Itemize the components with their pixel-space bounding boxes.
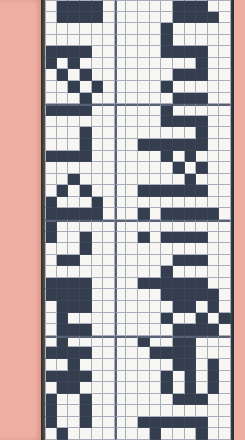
- stitch-cell: [150, 255, 162, 267]
- stitch-cell: [126, 185, 138, 197]
- stitch-cell: [103, 243, 115, 255]
- stitch-cell: [150, 197, 162, 209]
- stitch-cell: [68, 185, 80, 197]
- stitch-cell: [45, 104, 57, 116]
- stitch-cell: [185, 81, 197, 93]
- stitch-cell: [103, 428, 115, 440]
- stitch-cell: [45, 69, 57, 81]
- stitch-cell: [57, 139, 69, 151]
- stitch-cell: [185, 151, 197, 163]
- stitch-cell: [161, 93, 173, 105]
- stitch-cell: [173, 185, 185, 197]
- stitch-cell: [173, 12, 185, 24]
- stitch-cell: [173, 127, 185, 139]
- stitch-cell: [103, 382, 115, 394]
- stitch-cell: [57, 151, 69, 163]
- stitch-cell: [185, 289, 197, 301]
- stitch-cell: [208, 359, 220, 371]
- stitch-cell: [161, 139, 173, 151]
- stitch-cell: [45, 313, 57, 325]
- stitch-cell: [196, 116, 208, 128]
- stitch-cell: [138, 382, 150, 394]
- stitch-cell: [173, 359, 185, 371]
- stitch-cell: [173, 347, 185, 359]
- stitch-cell: [138, 46, 150, 58]
- stitch-cell: [161, 69, 173, 81]
- stitch-cell: [126, 208, 138, 220]
- stitch-cell: [196, 428, 208, 440]
- stitch-cell: [92, 243, 104, 255]
- stitch-cell: [138, 417, 150, 429]
- stitch-cell: [80, 243, 92, 255]
- stitch-cell: [196, 324, 208, 336]
- stitch-cell: [138, 69, 150, 81]
- stitch-cell: [138, 405, 150, 417]
- stitch-cell: [161, 185, 173, 197]
- stitch-cell: [57, 417, 69, 429]
- stitch-cell: [57, 232, 69, 244]
- stitch-cell: [92, 151, 104, 163]
- stitch-cell: [173, 289, 185, 301]
- stitch-cell: [138, 104, 150, 116]
- stitch-cell: [103, 69, 115, 81]
- stitch-cell: [57, 12, 69, 24]
- stitch-cell: [138, 313, 150, 325]
- stitch-cell: [219, 127, 231, 139]
- stitch-cell: [57, 405, 69, 417]
- stitch-cell: [103, 220, 115, 232]
- stitch-cell: [185, 359, 197, 371]
- stitch-cell: [138, 23, 150, 35]
- stitch-cell: [45, 151, 57, 163]
- stitch-cell: [115, 127, 127, 139]
- stitch-cell: [115, 220, 127, 232]
- stitch-cell: [196, 197, 208, 209]
- stitch-cell: [150, 127, 162, 139]
- stitch-cell: [126, 35, 138, 47]
- stitch-cell: [161, 394, 173, 406]
- stitch-cell: [219, 336, 231, 348]
- stitch-cell: [92, 23, 104, 35]
- stitch-cell: [103, 46, 115, 58]
- stitch-cell: [150, 324, 162, 336]
- stitch-cell: [219, 208, 231, 220]
- stitch-cell: [126, 417, 138, 429]
- stitch-cell: [80, 336, 92, 348]
- stitch-cell: [68, 255, 80, 267]
- stitch-cell: [208, 220, 220, 232]
- stitch-cell: [57, 162, 69, 174]
- stitch-cell: [92, 116, 104, 128]
- stitch-cell: [208, 289, 220, 301]
- stitch-cell: [92, 232, 104, 244]
- stitch-cell: [68, 0, 80, 12]
- stitch-cell: [92, 313, 104, 325]
- stitch-cell: [92, 428, 104, 440]
- stitch-cell: [126, 371, 138, 383]
- stitch-cell: [115, 405, 127, 417]
- stitch-cell: [103, 347, 115, 359]
- stitch-cell: [219, 58, 231, 70]
- stitch-cell: [150, 35, 162, 47]
- stitch-cell: [185, 278, 197, 290]
- stitch-cell: [196, 220, 208, 232]
- stitch-cell: [173, 69, 185, 81]
- stitch-cell: [80, 162, 92, 174]
- stitch-cell: [138, 139, 150, 151]
- stitch-cell: [45, 278, 57, 290]
- stitch-cell: [126, 139, 138, 151]
- stitch-cell: [103, 417, 115, 429]
- stitch-cell: [92, 220, 104, 232]
- stitch-cell: [150, 0, 162, 12]
- stitch-cell: [103, 324, 115, 336]
- stitch-cell: [68, 58, 80, 70]
- stitch-cell: [138, 12, 150, 24]
- stitch-cell: [103, 162, 115, 174]
- stitch-cell: [196, 243, 208, 255]
- stitch-cell: [219, 69, 231, 81]
- stitch-cell: [92, 208, 104, 220]
- stitch-cell: [219, 255, 231, 267]
- stitch-cell: [150, 23, 162, 35]
- stitch-cell: [161, 197, 173, 209]
- stitch-cell: [80, 197, 92, 209]
- stitch-cell: [185, 93, 197, 105]
- stitch-cell: [196, 405, 208, 417]
- stitch-cell: [92, 185, 104, 197]
- stitch-cell: [219, 35, 231, 47]
- stitch-cell: [126, 23, 138, 35]
- stitch-cell: [208, 69, 220, 81]
- stitch-cell: [219, 139, 231, 151]
- stitch-cell: [115, 69, 127, 81]
- stitch-cell: [150, 428, 162, 440]
- stitch-cell: [92, 301, 104, 313]
- stitch-cell: [115, 289, 127, 301]
- stitch-cell: [138, 278, 150, 290]
- stitch-cell: [126, 255, 138, 267]
- stitch-cell: [57, 0, 69, 12]
- stitch-cell: [103, 23, 115, 35]
- stitch-cell: [196, 371, 208, 383]
- stitch-cell: [80, 405, 92, 417]
- stitch-cell: [196, 266, 208, 278]
- stitch-cell: [68, 313, 80, 325]
- stitch-cell: [150, 93, 162, 105]
- stitch-cell: [126, 81, 138, 93]
- stitch-cell: [92, 289, 104, 301]
- stitch-cell: [150, 58, 162, 70]
- stitch-cell: [185, 336, 197, 348]
- stitch-cell: [115, 347, 127, 359]
- stitch-cell: [208, 313, 220, 325]
- stitch-cell: [173, 35, 185, 47]
- stitch-cell: [219, 93, 231, 105]
- stitch-cell: [138, 255, 150, 267]
- stitch-cell: [45, 162, 57, 174]
- stitch-cell: [138, 116, 150, 128]
- stitch-cell: [161, 0, 173, 12]
- stitch-cell: [150, 371, 162, 383]
- stitch-cell: [92, 81, 104, 93]
- stitch-cell: [196, 336, 208, 348]
- stitch-cell: [138, 301, 150, 313]
- stitch-cell: [208, 428, 220, 440]
- stitch-cell: [45, 139, 57, 151]
- stitch-cell: [138, 58, 150, 70]
- stitch-cell: [173, 0, 185, 12]
- stitch-cell: [173, 139, 185, 151]
- stitch-cell: [126, 289, 138, 301]
- stitch-cell: [173, 313, 185, 325]
- stitch-cell: [92, 266, 104, 278]
- stitch-cell: [185, 428, 197, 440]
- stitch-cell: [115, 266, 127, 278]
- stitch-cell: [57, 127, 69, 139]
- stitch-cell: [68, 301, 80, 313]
- stitch-cell: [45, 359, 57, 371]
- stitch-cell: [196, 174, 208, 186]
- stitch-cell: [92, 371, 104, 383]
- stitch-cell: [115, 197, 127, 209]
- stitch-cell: [138, 371, 150, 383]
- stitch-cell: [208, 394, 220, 406]
- stitch-cell: [45, 382, 57, 394]
- stitch-cell: [57, 46, 69, 58]
- stitch-cell: [173, 116, 185, 128]
- stitch-cell: [115, 208, 127, 220]
- stitch-cell: [185, 162, 197, 174]
- stitch-cell: [185, 417, 197, 429]
- stitch-cell: [45, 232, 57, 244]
- stitch-cell: [196, 394, 208, 406]
- stitch-cell: [92, 174, 104, 186]
- stitch-cell: [80, 324, 92, 336]
- stitch-cell: [126, 382, 138, 394]
- stitch-cell: [92, 58, 104, 70]
- stitch-cell: [68, 81, 80, 93]
- stitch-cell: [219, 12, 231, 24]
- stitch-cell: [57, 69, 69, 81]
- stitch-cell: [161, 278, 173, 290]
- stitch-cell: [150, 220, 162, 232]
- stitch-cell: [68, 162, 80, 174]
- stitch-cell: [208, 0, 220, 12]
- stitch-cell: [45, 371, 57, 383]
- stitch-cell: [103, 139, 115, 151]
- stitch-cell: [126, 278, 138, 290]
- stitch-cell: [92, 324, 104, 336]
- stitch-cell: [57, 278, 69, 290]
- stitch-cell: [185, 23, 197, 35]
- stitch-cell: [126, 359, 138, 371]
- stitch-cell: [103, 81, 115, 93]
- stitch-cell: [196, 93, 208, 105]
- stitch-cell: [196, 162, 208, 174]
- stitch-cell: [138, 394, 150, 406]
- stitch-cell: [219, 347, 231, 359]
- stitch-cell: [45, 35, 57, 47]
- stitch-cell: [57, 266, 69, 278]
- stitch-cell: [45, 127, 57, 139]
- stitch-cell: [103, 151, 115, 163]
- stitch-cell: [196, 127, 208, 139]
- stitch-cell: [208, 93, 220, 105]
- stitch-cell: [45, 12, 57, 24]
- stitch-cell: [45, 347, 57, 359]
- stitch-cell: [196, 139, 208, 151]
- stitch-cell: [219, 232, 231, 244]
- stitch-cell: [45, 93, 57, 105]
- stitch-cell: [57, 185, 69, 197]
- stitch-cell: [208, 151, 220, 163]
- stitch-cell: [196, 208, 208, 220]
- stitch-cell: [150, 417, 162, 429]
- stitch-cell: [138, 197, 150, 209]
- stitch-cell: [161, 336, 173, 348]
- stitch-cell: [103, 289, 115, 301]
- stitch-cell: [92, 255, 104, 267]
- stitch-cell: [45, 220, 57, 232]
- stitch-cell: [57, 208, 69, 220]
- stitch-cell: [161, 405, 173, 417]
- stitch-cell: [208, 266, 220, 278]
- stitch-cell: [138, 220, 150, 232]
- stitch-cell: [80, 116, 92, 128]
- stitch-cell: [150, 243, 162, 255]
- stitch-cell: [196, 255, 208, 267]
- stitch-cell: [219, 81, 231, 93]
- stitch-cell: [208, 382, 220, 394]
- stitch-cell: [92, 336, 104, 348]
- stitch-cell: [68, 232, 80, 244]
- stitch-cell: [196, 232, 208, 244]
- stitch-cell: [103, 371, 115, 383]
- stitch-cell: [115, 174, 127, 186]
- stitch-cell: [150, 336, 162, 348]
- stitch-cell: [161, 289, 173, 301]
- stitch-cell: [150, 69, 162, 81]
- stitch-cell: [92, 162, 104, 174]
- stitch-cell: [80, 23, 92, 35]
- stitch-cell: [68, 116, 80, 128]
- stitch-cell: [126, 93, 138, 105]
- stitch-cell: [68, 382, 80, 394]
- stitch-cell: [161, 208, 173, 220]
- stitch-cell: [57, 301, 69, 313]
- stitch-cell: [161, 174, 173, 186]
- stitch-cell: [208, 58, 220, 70]
- stitch-cell: [219, 289, 231, 301]
- stitch-cell: [161, 104, 173, 116]
- stitch-cell: [173, 301, 185, 313]
- stitch-cell: [196, 46, 208, 58]
- stitch-cell: [208, 336, 220, 348]
- stitch-cell: [150, 151, 162, 163]
- stitch-cell: [208, 405, 220, 417]
- stitch-cell: [161, 116, 173, 128]
- stitch-cell: [126, 232, 138, 244]
- stitch-cell: [196, 104, 208, 116]
- stitch-cell: [57, 347, 69, 359]
- stitch-cell: [80, 394, 92, 406]
- stitch-cell: [138, 35, 150, 47]
- stitch-cell: [161, 243, 173, 255]
- stitch-cell: [115, 0, 127, 12]
- stitch-cell: [68, 93, 80, 105]
- stitch-cell: [161, 417, 173, 429]
- stitch-cell: [219, 313, 231, 325]
- stitch-cell: [196, 185, 208, 197]
- stitch-cell: [68, 336, 80, 348]
- stitch-cell: [208, 116, 220, 128]
- stitch-cell: [103, 93, 115, 105]
- stitch-cell: [196, 12, 208, 24]
- stitch-cell: [219, 162, 231, 174]
- stitch-cell: [173, 162, 185, 174]
- stitch-cell: [196, 301, 208, 313]
- stitch-cell: [173, 151, 185, 163]
- stitch-cell: [45, 58, 57, 70]
- stitch-cell: [185, 405, 197, 417]
- stitch-cell: [173, 197, 185, 209]
- stitch-cell: [173, 278, 185, 290]
- stitch-cell: [196, 58, 208, 70]
- stitch-cell: [68, 371, 80, 383]
- stitch-cell: [138, 336, 150, 348]
- stitch-cell: [45, 0, 57, 12]
- stitch-cell: [45, 208, 57, 220]
- stitch-cell: [219, 417, 231, 429]
- stitch-cell: [115, 12, 127, 24]
- stitch-cell: [115, 23, 127, 35]
- stitch-cell: [115, 313, 127, 325]
- stitch-cell: [196, 347, 208, 359]
- stitch-cell: [219, 405, 231, 417]
- stitch-cell: [196, 69, 208, 81]
- stitch-cell: [103, 127, 115, 139]
- stitch-cell: [103, 301, 115, 313]
- stitch-cell: [57, 382, 69, 394]
- stitch-cell: [150, 301, 162, 313]
- stitch-cell: [208, 197, 220, 209]
- stitch-cell: [115, 359, 127, 371]
- stitch-cell: [115, 35, 127, 47]
- stitch-cell: [196, 81, 208, 93]
- stitch-cell: [196, 313, 208, 325]
- stitch-cell: [115, 93, 127, 105]
- stitch-cell: [68, 324, 80, 336]
- stitch-cell: [92, 197, 104, 209]
- stitch-cell: [150, 405, 162, 417]
- stitch-cell: [185, 382, 197, 394]
- stitch-cell: [126, 220, 138, 232]
- stitch-cell: [68, 428, 80, 440]
- stitch-cell: [68, 127, 80, 139]
- stitch-cell: [208, 371, 220, 383]
- stitch-cell: [185, 104, 197, 116]
- stitch-cell: [173, 417, 185, 429]
- stitch-cell: [138, 428, 150, 440]
- stitch-cell: [45, 289, 57, 301]
- stitch-cell: [219, 359, 231, 371]
- stitch-cell: [68, 289, 80, 301]
- stitch-cell: [185, 324, 197, 336]
- stitch-cell: [68, 243, 80, 255]
- stitch-cell: [57, 371, 69, 383]
- stitch-cell: [126, 46, 138, 58]
